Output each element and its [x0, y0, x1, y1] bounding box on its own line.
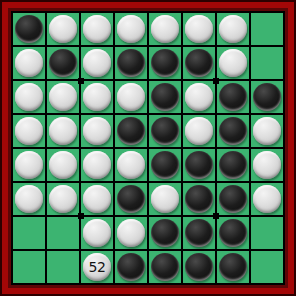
disc-white	[151, 185, 179, 213]
cell-d1[interactable]	[115, 13, 147, 45]
cell-f4[interactable]	[183, 115, 215, 147]
disc-black	[185, 49, 213, 77]
disc-black	[117, 185, 145, 213]
cell-a8[interactable]	[13, 251, 45, 283]
cell-e6[interactable]	[149, 183, 181, 215]
disc-white	[117, 15, 145, 43]
disc-white	[117, 151, 145, 179]
cell-b5[interactable]	[47, 149, 79, 181]
cell-f1[interactable]	[183, 13, 215, 45]
disc-white	[15, 117, 43, 145]
cell-d6[interactable]	[115, 183, 147, 215]
cell-c7[interactable]	[81, 217, 113, 249]
star-point	[213, 213, 219, 219]
cell-g2[interactable]	[217, 47, 249, 79]
star-point	[78, 213, 84, 219]
board-frame-inner-rim: 52	[8, 8, 288, 288]
disc-white	[49, 117, 77, 145]
board-grid: 52	[13, 13, 283, 283]
disc-black	[151, 83, 179, 111]
disc-black	[117, 117, 145, 145]
disc-white	[83, 15, 111, 43]
disc-white	[253, 151, 281, 179]
cell-b8[interactable]	[47, 251, 79, 283]
disc-white	[185, 15, 213, 43]
disc-white	[83, 219, 111, 247]
cell-b1[interactable]	[47, 13, 79, 45]
disc-white	[253, 117, 281, 145]
disc-black	[185, 185, 213, 213]
cell-d3[interactable]	[115, 81, 147, 113]
cell-f5[interactable]	[183, 149, 215, 181]
disc-black	[219, 253, 247, 281]
disc-black	[219, 185, 247, 213]
disc-white	[15, 83, 43, 111]
disc-black	[151, 117, 179, 145]
cell-a4[interactable]	[13, 115, 45, 147]
cell-h4[interactable]	[251, 115, 283, 147]
disc-white	[49, 83, 77, 111]
disc-white: 52	[83, 253, 111, 281]
disc-black	[15, 15, 43, 43]
disc-white	[83, 49, 111, 77]
cell-e3[interactable]	[149, 81, 181, 113]
disc-black	[117, 253, 145, 281]
disc-black	[219, 151, 247, 179]
disc-black	[151, 151, 179, 179]
cell-e8[interactable]	[149, 251, 181, 283]
cell-e7[interactable]	[149, 217, 181, 249]
cell-b2[interactable]	[47, 47, 79, 79]
cell-g7[interactable]	[217, 217, 249, 249]
cell-b4[interactable]	[47, 115, 79, 147]
cell-a3[interactable]	[13, 81, 45, 113]
disc-black	[151, 219, 179, 247]
disc-white	[219, 49, 247, 77]
board-frame: 52	[0, 0, 296, 296]
cell-b3[interactable]	[47, 81, 79, 113]
disc-black	[151, 49, 179, 77]
cell-g3[interactable]	[217, 81, 249, 113]
cell-h2[interactable]	[251, 47, 283, 79]
cell-h3[interactable]	[251, 81, 283, 113]
disc-white	[83, 83, 111, 111]
disc-white	[49, 151, 77, 179]
cell-f7[interactable]	[183, 217, 215, 249]
disc-white	[15, 151, 43, 179]
star-point	[78, 78, 84, 84]
cell-f8[interactable]	[183, 251, 215, 283]
cell-a1[interactable]	[13, 13, 45, 45]
disc-white	[253, 185, 281, 213]
cell-h7[interactable]	[251, 217, 283, 249]
cell-c8[interactable]: 52	[81, 251, 113, 283]
cell-e4[interactable]	[149, 115, 181, 147]
cell-h6[interactable]	[251, 183, 283, 215]
disc-white	[151, 15, 179, 43]
disc-black	[219, 117, 247, 145]
cell-f6[interactable]	[183, 183, 215, 215]
cell-h1[interactable]	[251, 13, 283, 45]
cell-c4[interactable]	[81, 115, 113, 147]
cell-c5[interactable]	[81, 149, 113, 181]
cell-a7[interactable]	[13, 217, 45, 249]
cell-e2[interactable]	[149, 47, 181, 79]
cell-d4[interactable]	[115, 115, 147, 147]
disc-black	[151, 253, 179, 281]
cell-b6[interactable]	[47, 183, 79, 215]
disc-white	[185, 83, 213, 111]
cell-c6[interactable]	[81, 183, 113, 215]
disc-black	[219, 83, 247, 111]
cell-f3[interactable]	[183, 81, 215, 113]
cell-e1[interactable]	[149, 13, 181, 45]
cell-a2[interactable]	[13, 47, 45, 79]
cell-d5[interactable]	[115, 149, 147, 181]
cell-f2[interactable]	[183, 47, 215, 79]
star-point	[213, 78, 219, 84]
cell-h5[interactable]	[251, 149, 283, 181]
cell-d2[interactable]	[115, 47, 147, 79]
disc-white	[15, 49, 43, 77]
disc-white	[83, 151, 111, 179]
disc-white	[83, 117, 111, 145]
cell-a5[interactable]	[13, 149, 45, 181]
disc-black	[49, 49, 77, 77]
disc-black	[185, 151, 213, 179]
cell-g6[interactable]	[217, 183, 249, 215]
cell-b7[interactable]	[47, 217, 79, 249]
cell-d8[interactable]	[115, 251, 147, 283]
disc-white	[83, 185, 111, 213]
cell-d7[interactable]	[115, 217, 147, 249]
disc-white	[117, 83, 145, 111]
cell-c1[interactable]	[81, 13, 113, 45]
disc-white	[117, 219, 145, 247]
move-number-label: 52	[89, 260, 106, 274]
cell-c3[interactable]	[81, 81, 113, 113]
cell-a6[interactable]	[13, 183, 45, 215]
disc-white	[49, 185, 77, 213]
disc-black	[219, 219, 247, 247]
cell-g4[interactable]	[217, 115, 249, 147]
disc-white	[185, 117, 213, 145]
disc-white	[15, 185, 43, 213]
cell-g1[interactable]	[217, 13, 249, 45]
disc-black	[117, 49, 145, 77]
cell-e5[interactable]	[149, 149, 181, 181]
disc-white	[49, 15, 77, 43]
cell-c2[interactable]	[81, 47, 113, 79]
othello-board: 52	[11, 11, 285, 285]
cell-h8[interactable]	[251, 251, 283, 283]
disc-black	[185, 219, 213, 247]
disc-black	[253, 83, 281, 111]
cell-g5[interactable]	[217, 149, 249, 181]
disc-white	[219, 15, 247, 43]
cell-g8[interactable]	[217, 251, 249, 283]
disc-black	[185, 253, 213, 281]
